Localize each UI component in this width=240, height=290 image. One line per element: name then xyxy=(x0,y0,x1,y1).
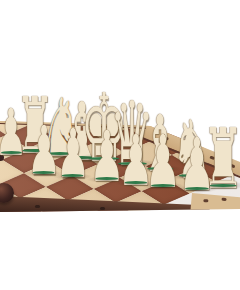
felt-base xyxy=(0,151,21,154)
felt-base xyxy=(151,184,175,187)
felt-base xyxy=(185,187,209,190)
felt-base xyxy=(62,174,84,177)
piece-glyph: ♟ xyxy=(179,129,215,202)
chess-set-photo: ♜♞♝♚♛♝♞♜♟♟♟♟♟♟♟ xyxy=(0,0,240,290)
piece-white-pawn-b2[interactable]: ♟ xyxy=(173,134,221,188)
pieces-layer: ♜♞♝♚♛♝♞♜♟♟♟♟♟♟♟ xyxy=(0,0,240,290)
